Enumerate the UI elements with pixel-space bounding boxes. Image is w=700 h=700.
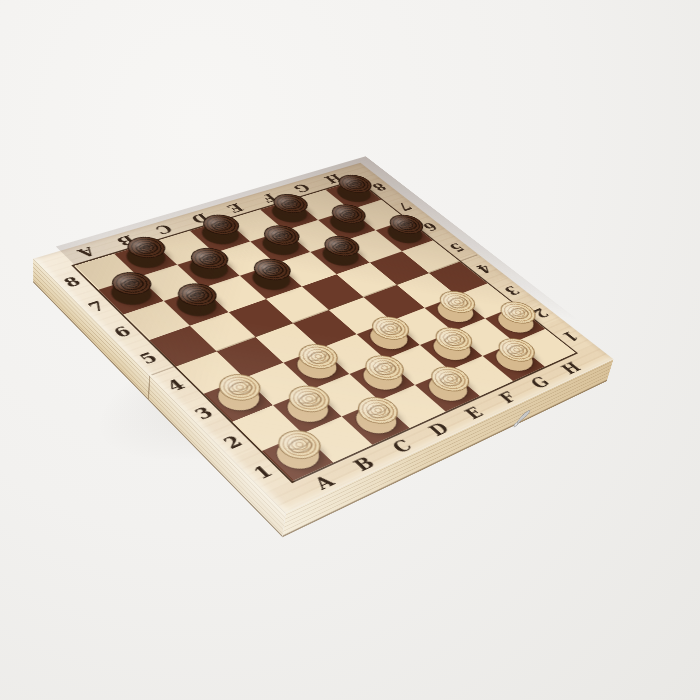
checkers-board: ABCDEFGH ABCDEFGH 87654321 87654321 ⛂⛂⛂⛂… bbox=[33, 163, 613, 513]
square-e5[interactable] bbox=[302, 274, 364, 310]
playing-area-frame: ⛂⛂⛂⛂⛂⛂⛂⛂⛂⛂⛂⛂⛀⛀⛀⛀⛀⛀⛀⛀⛀⛀⛀⛀ bbox=[71, 179, 578, 483]
square-f2[interactable]: ⛀ bbox=[420, 332, 483, 371]
checker-light-f2[interactable]: ⛀ bbox=[420, 332, 483, 371]
board-surface: ABCDEFGH ABCDEFGH 87654321 87654321 ⛂⛂⛂⛂… bbox=[33, 163, 613, 513]
latch-icon bbox=[512, 406, 535, 431]
fold-seam-side bbox=[148, 376, 150, 400]
